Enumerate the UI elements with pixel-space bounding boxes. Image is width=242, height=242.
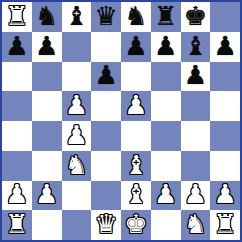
square-d6[interactable]: ♟ bbox=[91, 62, 121, 92]
square-b7[interactable]: ♟ bbox=[32, 32, 62, 62]
piece-black-bishop-c8[interactable]: ♝ bbox=[65, 3, 88, 29]
square-g3[interactable] bbox=[181, 151, 211, 181]
square-e3[interactable]: ♝ bbox=[121, 151, 151, 181]
square-a4[interactable] bbox=[2, 121, 32, 151]
square-h2[interactable]: ♟ bbox=[210, 181, 240, 211]
square-f2[interactable]: ♟ bbox=[151, 181, 181, 211]
square-c5[interactable]: ♟ bbox=[62, 91, 92, 121]
square-a6[interactable] bbox=[2, 62, 32, 92]
square-h7[interactable]: ♟ bbox=[210, 32, 240, 62]
piece-black-pawn-a7[interactable]: ♟ bbox=[5, 33, 28, 59]
piece-black-pawn-b7[interactable]: ♟ bbox=[35, 33, 58, 59]
square-b4[interactable] bbox=[32, 121, 62, 151]
piece-white-pawn-h2[interactable]: ♟ bbox=[213, 181, 236, 207]
square-e2[interactable]: ♝ bbox=[121, 181, 151, 211]
piece-white-rook-a8[interactable]: ♜ bbox=[5, 3, 28, 29]
square-d2[interactable] bbox=[91, 181, 121, 211]
square-h8[interactable] bbox=[210, 2, 240, 32]
square-h1[interactable]: ♜ bbox=[210, 210, 240, 240]
square-a3[interactable] bbox=[2, 151, 32, 181]
piece-white-pawn-e5[interactable]: ♟ bbox=[124, 92, 147, 118]
square-c2[interactable] bbox=[62, 181, 92, 211]
square-a2[interactable]: ♟ bbox=[2, 181, 32, 211]
piece-black-queen-d8[interactable]: ♛ bbox=[94, 3, 117, 29]
square-h3[interactable] bbox=[210, 151, 240, 181]
piece-black-pawn-h7[interactable]: ♟ bbox=[213, 33, 236, 59]
square-g8[interactable]: ♚ bbox=[181, 2, 211, 32]
square-f3[interactable] bbox=[151, 151, 181, 181]
square-g6[interactable]: ♟ bbox=[181, 62, 211, 92]
square-f5[interactable] bbox=[151, 91, 181, 121]
square-c1[interactable] bbox=[62, 210, 92, 240]
square-e4[interactable] bbox=[121, 121, 151, 151]
square-f6[interactable] bbox=[151, 62, 181, 92]
piece-black-knight-e8[interactable]: ♞ bbox=[124, 3, 147, 29]
square-a5[interactable] bbox=[2, 91, 32, 121]
piece-black-knight-b8[interactable]: ♞ bbox=[35, 3, 58, 29]
square-b1[interactable] bbox=[32, 210, 62, 240]
square-f4[interactable] bbox=[151, 121, 181, 151]
square-g1[interactable]: ♞ bbox=[181, 210, 211, 240]
piece-white-bishop-e2[interactable]: ♝ bbox=[124, 181, 147, 207]
piece-white-rook-a1[interactable]: ♜ bbox=[5, 211, 28, 237]
piece-black-pawn-f7[interactable]: ♟ bbox=[154, 33, 177, 59]
square-e1[interactable]: ♚ bbox=[121, 210, 151, 240]
square-a1[interactable]: ♜ bbox=[2, 210, 32, 240]
piece-white-pawn-f2[interactable]: ♟ bbox=[154, 181, 177, 207]
square-b2[interactable]: ♟ bbox=[32, 181, 62, 211]
square-e8[interactable]: ♞ bbox=[121, 2, 151, 32]
square-f7[interactable]: ♟ bbox=[151, 32, 181, 62]
piece-black-bishop-g7[interactable]: ♝ bbox=[184, 33, 207, 59]
square-h4[interactable] bbox=[210, 121, 240, 151]
piece-white-pawn-g2[interactable]: ♟ bbox=[184, 181, 207, 207]
square-c3[interactable]: ♞ bbox=[62, 151, 92, 181]
square-e5[interactable]: ♟ bbox=[121, 91, 151, 121]
square-c8[interactable]: ♝ bbox=[62, 2, 92, 32]
square-d8[interactable]: ♛ bbox=[91, 2, 121, 32]
square-e7[interactable]: ♟ bbox=[121, 32, 151, 62]
square-d7[interactable] bbox=[91, 32, 121, 62]
piece-white-pawn-b2[interactable]: ♟ bbox=[35, 181, 58, 207]
square-d5[interactable] bbox=[91, 91, 121, 121]
piece-black-pawn-g6[interactable]: ♟ bbox=[184, 62, 207, 88]
piece-white-rook-h1[interactable]: ♜ bbox=[213, 211, 236, 237]
square-d4[interactable] bbox=[91, 121, 121, 151]
square-g5[interactable] bbox=[181, 91, 211, 121]
square-e6[interactable] bbox=[121, 62, 151, 92]
piece-white-bishop-e3[interactable]: ♝ bbox=[124, 152, 147, 178]
piece-white-pawn-c4[interactable]: ♟ bbox=[65, 122, 88, 148]
piece-white-queen-d1[interactable]: ♛ bbox=[94, 211, 117, 237]
square-h5[interactable] bbox=[210, 91, 240, 121]
piece-white-knight-c3[interactable]: ♞ bbox=[65, 152, 88, 178]
square-a8[interactable]: ♜ bbox=[2, 2, 32, 32]
square-d1[interactable]: ♛ bbox=[91, 210, 121, 240]
square-b8[interactable]: ♞ bbox=[32, 2, 62, 32]
square-d3[interactable] bbox=[91, 151, 121, 181]
square-g7[interactable]: ♝ bbox=[181, 32, 211, 62]
piece-white-pawn-c5[interactable]: ♟ bbox=[65, 92, 88, 118]
chess-board-grid: ♜♞♝♛♞♜♚♟♟♟♟♝♟♟♟♟♟♟♞♝♟♟♝♟♟♟♜♛♚♞♜ bbox=[2, 2, 240, 240]
square-f1[interactable] bbox=[151, 210, 181, 240]
piece-black-pawn-e7[interactable]: ♟ bbox=[124, 33, 147, 59]
square-a7[interactable]: ♟ bbox=[2, 32, 32, 62]
piece-white-knight-g1[interactable]: ♞ bbox=[184, 211, 207, 237]
square-b5[interactable] bbox=[32, 91, 62, 121]
piece-white-king-e1[interactable]: ♚ bbox=[124, 211, 147, 237]
square-c7[interactable] bbox=[62, 32, 92, 62]
piece-black-king-g8[interactable]: ♚ bbox=[184, 3, 207, 29]
piece-black-rook-f8[interactable]: ♜ bbox=[154, 3, 177, 29]
square-h6[interactable] bbox=[210, 62, 240, 92]
square-g2[interactable]: ♟ bbox=[181, 181, 211, 211]
chess-board: ♜♞♝♛♞♜♚♟♟♟♟♝♟♟♟♟♟♟♞♝♟♟♝♟♟♟♜♛♚♞♜ bbox=[0, 0, 242, 242]
square-b3[interactable] bbox=[32, 151, 62, 181]
square-f8[interactable]: ♜ bbox=[151, 2, 181, 32]
piece-white-pawn-a2[interactable]: ♟ bbox=[5, 181, 28, 207]
square-g4[interactable] bbox=[181, 121, 211, 151]
square-b6[interactable] bbox=[32, 62, 62, 92]
square-c4[interactable]: ♟ bbox=[62, 121, 92, 151]
square-c6[interactable] bbox=[62, 62, 92, 92]
piece-black-pawn-d6[interactable]: ♟ bbox=[94, 62, 117, 88]
